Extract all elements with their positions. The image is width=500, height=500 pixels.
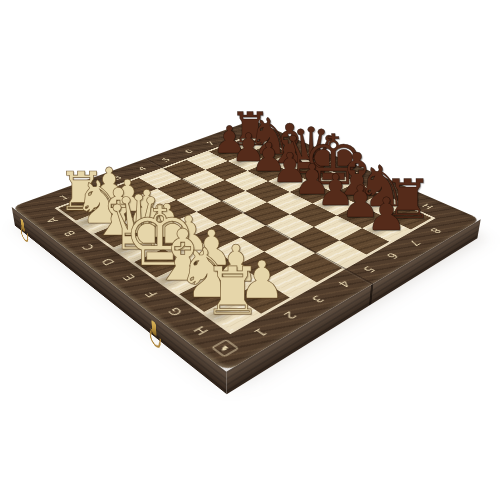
rank-label-2-east: 2 (280, 309, 300, 322)
brass-latch (151, 320, 156, 337)
rank-label-8-west: 8 (225, 132, 238, 138)
file-label-d-south: D (98, 256, 118, 267)
file-label-h-south: H (190, 323, 212, 337)
rank-label-1-east: 1 (250, 325, 271, 338)
file-label-f-south: F (142, 288, 162, 299)
rank-label-7-east: 7 (405, 238, 423, 247)
chess-set-photo: ♞ AABBCCDDEEFFGGHH1122334455667788 ♜♟♞♟♝… (0, 0, 500, 500)
rank-label-6-east: 6 (383, 251, 402, 261)
file-label-a-north: A (264, 133, 278, 139)
rank-label-3-west: 3 (110, 174, 124, 181)
file-label-g-south: G (164, 305, 186, 318)
brass-latch (20, 218, 25, 232)
rank-label-2-west: 2 (84, 183, 98, 190)
rank-label-5-west: 5 (159, 156, 173, 162)
rank-label-7-west: 7 (204, 140, 217, 146)
file-label-h-north: H (420, 202, 437, 210)
file-label-d-north: D (324, 160, 340, 167)
rank-label-4-west: 4 (135, 165, 149, 172)
file-label-a-south: A (43, 216, 61, 225)
file-label-e-south: E (119, 272, 139, 283)
file-label-g-north: G (394, 191, 411, 199)
file-label-c-north: C (303, 151, 318, 157)
file-label-c-south: C (79, 242, 98, 252)
file-label-f-north: F (370, 180, 384, 187)
file-label-b-south: B (60, 229, 79, 238)
rank-label-5-east: 5 (359, 264, 378, 275)
fold-seam-side (369, 284, 373, 306)
rank-label-6-west: 6 (182, 148, 196, 154)
file-label-e-north: E (347, 170, 362, 177)
rank-label-1-west: 1 (57, 193, 72, 201)
board-top: ♞ AABBCCDDEEFFGGHH1122334455667788 (12, 120, 481, 372)
rank-label-8-east: 8 (427, 226, 445, 235)
maker-stamp: ♞ (211, 339, 239, 357)
file-label-b-north: B (283, 142, 297, 148)
rank-label-3-east: 3 (308, 293, 328, 305)
rank-label-4-east: 4 (335, 278, 354, 289)
